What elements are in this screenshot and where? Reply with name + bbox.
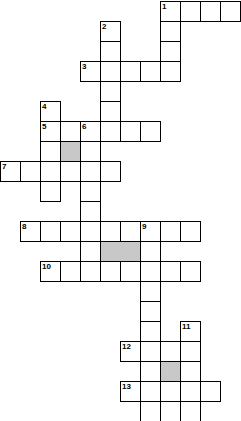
- letter-cell[interactable]: [160, 41, 181, 62]
- letter-cell[interactable]: [80, 261, 101, 282]
- letter-cell[interactable]: [80, 141, 101, 162]
- letter-cell[interactable]: [180, 341, 201, 362]
- letter-cell[interactable]: [220, 1, 241, 22]
- letter-cell[interactable]: [180, 221, 201, 242]
- letter-cell[interactable]: [160, 21, 181, 42]
- shaded-cell: [100, 241, 141, 262]
- letter-cell[interactable]: [60, 261, 81, 282]
- letter-cell[interactable]: [200, 381, 221, 402]
- letter-cell[interactable]: [180, 361, 201, 382]
- letter-cell[interactable]: [80, 201, 101, 222]
- letter-cell[interactable]: [100, 21, 121, 42]
- letter-cell[interactable]: [40, 221, 61, 242]
- letter-cell[interactable]: [180, 1, 201, 22]
- letter-cell[interactable]: [60, 221, 81, 242]
- letter-cell[interactable]: [140, 341, 161, 362]
- letter-cell[interactable]: [120, 381, 141, 402]
- letter-cell[interactable]: [160, 341, 181, 362]
- letter-cell[interactable]: [140, 281, 161, 302]
- letter-cell[interactable]: [180, 401, 201, 421]
- letter-cell[interactable]: [40, 261, 61, 282]
- letter-cell[interactable]: [120, 221, 141, 242]
- shaded-cell: [160, 361, 181, 382]
- letter-cell[interactable]: [100, 41, 121, 62]
- letter-cell[interactable]: [100, 121, 121, 142]
- letter-cell[interactable]: [60, 161, 81, 182]
- letter-cell[interactable]: [100, 161, 121, 182]
- letter-cell[interactable]: [120, 61, 141, 82]
- letter-cell[interactable]: [40, 141, 61, 162]
- letter-cell[interactable]: [40, 121, 61, 142]
- letter-cell[interactable]: [160, 61, 181, 82]
- letter-cell[interactable]: [20, 221, 41, 242]
- letter-cell[interactable]: [160, 381, 181, 402]
- letter-cell[interactable]: [100, 221, 121, 242]
- letter-cell[interactable]: [140, 121, 161, 142]
- letter-cell[interactable]: [160, 1, 181, 22]
- letter-cell[interactable]: [80, 181, 101, 202]
- letter-cell[interactable]: [100, 61, 121, 82]
- letter-cell[interactable]: [140, 301, 161, 322]
- letter-cell[interactable]: [60, 121, 81, 142]
- letter-cell[interactable]: [180, 321, 201, 342]
- letter-cell[interactable]: [140, 61, 161, 82]
- shaded-cell: [60, 141, 81, 162]
- letter-cell[interactable]: [100, 81, 121, 102]
- crossword-board: 12345678910111213: [0, 0, 241, 421]
- letter-cell[interactable]: [20, 161, 41, 182]
- letter-cell[interactable]: [80, 121, 101, 142]
- letter-cell[interactable]: [40, 101, 61, 122]
- letter-cell[interactable]: [140, 401, 161, 421]
- letter-cell[interactable]: [120, 341, 141, 362]
- letter-cell[interactable]: [140, 241, 161, 262]
- letter-cell[interactable]: [120, 121, 141, 142]
- letter-cell[interactable]: [100, 261, 121, 282]
- letter-cell[interactable]: [140, 361, 161, 382]
- letter-cell[interactable]: [140, 221, 161, 242]
- letter-cell[interactable]: [160, 221, 181, 242]
- letter-cell[interactable]: [80, 241, 101, 262]
- letter-cell[interactable]: [140, 321, 161, 342]
- letter-cell[interactable]: [180, 381, 201, 402]
- letter-cell[interactable]: [200, 1, 221, 22]
- letter-cell[interactable]: [40, 161, 61, 182]
- letter-cell[interactable]: [40, 181, 61, 202]
- letter-cell[interactable]: [180, 261, 201, 282]
- letter-cell[interactable]: [160, 261, 181, 282]
- letter-cell[interactable]: [0, 161, 21, 182]
- letter-cell[interactable]: [140, 261, 161, 282]
- letter-cell[interactable]: [80, 61, 101, 82]
- letter-cell[interactable]: [80, 161, 101, 182]
- letter-cell[interactable]: [100, 101, 121, 122]
- letter-cell[interactable]: [140, 381, 161, 402]
- letter-cell[interactable]: [120, 261, 141, 282]
- letter-cell[interactable]: [80, 221, 101, 242]
